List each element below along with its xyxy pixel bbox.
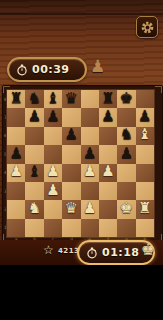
piece-black-b: ♝: [46, 91, 59, 106]
square-f6[interactable]: [99, 127, 117, 145]
piece-black-p: ♟: [120, 146, 133, 161]
piece-white-n: ♞: [28, 201, 41, 216]
square-f8[interactable]: ♜: [99, 90, 117, 108]
player-clock-time: 01:18: [102, 246, 140, 259]
piece-black-r: ♜: [101, 91, 114, 106]
piece-black-p: ♟: [138, 109, 151, 124]
square-b8[interactable]: ♞: [25, 90, 43, 108]
square-b3[interactable]: [25, 182, 43, 200]
square-h6[interactable]: ♝: [136, 127, 154, 145]
chess-board-frame: 87654321 ♜♞♝♛♜♚♟♟♟♟♟♞♝♟♟♟♟♝♟♟♟♟♞♛♟♚♜ abc…: [2, 85, 163, 242]
piece-white-p: ♟: [83, 164, 96, 179]
square-h4[interactable]: [136, 164, 154, 182]
square-d7[interactable]: [62, 108, 80, 126]
square-c8[interactable]: ♝: [44, 90, 62, 108]
piece-white-p: ♟: [83, 201, 96, 216]
piece-white-r: ♜: [138, 201, 151, 216]
square-c2[interactable]: [44, 200, 62, 218]
chess-board[interactable]: ♜♞♝♛♜♚♟♟♟♟♟♞♝♟♟♟♟♝♟♟♟♟♞♛♟♚♜: [7, 90, 154, 237]
square-h2[interactable]: ♜: [136, 200, 154, 218]
square-g5[interactable]: ♟: [117, 145, 135, 163]
square-a4[interactable]: ♟: [7, 164, 25, 182]
square-f1[interactable]: [99, 219, 117, 237]
piece-white-p: ♟: [101, 164, 114, 179]
square-a7[interactable]: [7, 108, 25, 126]
opponent-timer: 00:39: [7, 57, 87, 82]
square-c6[interactable]: [44, 127, 62, 145]
square-g6[interactable]: ♞: [117, 127, 135, 145]
piece-black-p: ♟: [9, 146, 22, 161]
square-b2[interactable]: ♞: [25, 200, 43, 218]
piece-black-n: ♞: [120, 127, 133, 142]
square-b6[interactable]: [25, 127, 43, 145]
square-h3[interactable]: [136, 182, 154, 200]
piece-black-p: ♟: [65, 127, 78, 142]
piece-black-p: ♟: [28, 109, 41, 124]
piece-white-p: ♟: [9, 164, 22, 179]
piece-black-r: ♜: [9, 91, 22, 106]
star-icon[interactable]: ☆: [43, 243, 54, 257]
stopwatch-icon: [86, 247, 98, 259]
square-c7[interactable]: ♟: [44, 108, 62, 126]
square-h1[interactable]: [136, 219, 154, 237]
opponent-clock-time: 00:39: [32, 63, 70, 76]
square-g8[interactable]: ♚: [117, 90, 135, 108]
square-e4[interactable]: ♟: [81, 164, 99, 182]
piece-black-k: ♚: [120, 91, 133, 106]
piece-black-p: ♟: [101, 109, 114, 124]
square-g4[interactable]: [117, 164, 135, 182]
chess-game-screen: 00:39 ♟ 87654321 ♜♞♝♛♜♚♟♟♟♟♟♞♝♟♟♟♟♝♟♟♟♟♞…: [0, 0, 163, 320]
square-c3[interactable]: ♟: [44, 182, 62, 200]
square-f7[interactable]: ♟: [99, 108, 117, 126]
square-e6[interactable]: [81, 127, 99, 145]
player-side-king-icon: ♚: [141, 240, 155, 259]
piece-white-k: ♚: [120, 201, 133, 216]
square-g7[interactable]: [117, 108, 135, 126]
square-e8[interactable]: [81, 90, 99, 108]
square-d6[interactable]: ♟: [62, 127, 80, 145]
square-b4[interactable]: ♝: [25, 164, 43, 182]
square-d5[interactable]: [62, 145, 80, 163]
square-g1[interactable]: [117, 219, 135, 237]
piece-black-n: ♞: [28, 91, 41, 106]
square-b5[interactable]: [25, 145, 43, 163]
square-a6[interactable]: [7, 127, 25, 145]
piece-white-p: ♟: [46, 164, 59, 179]
square-f3[interactable]: [99, 182, 117, 200]
square-f4[interactable]: ♟: [99, 164, 117, 182]
frame-corner-bracket: [155, 86, 162, 93]
square-c1[interactable]: [44, 219, 62, 237]
square-g2[interactable]: ♚: [117, 200, 135, 218]
piece-black-b: ♝: [28, 164, 41, 179]
piece-white-p: ♟: [46, 183, 59, 198]
square-c5[interactable]: [44, 145, 62, 163]
square-a3[interactable]: [7, 182, 25, 200]
square-d3[interactable]: [62, 182, 80, 200]
square-d1[interactable]: [62, 219, 80, 237]
square-a5[interactable]: ♟: [7, 145, 25, 163]
square-h7[interactable]: ♟: [136, 108, 154, 126]
square-e2[interactable]: ♟: [81, 200, 99, 218]
square-e7[interactable]: [81, 108, 99, 126]
square-a8[interactable]: ♜: [7, 90, 25, 108]
piece-white-q: ♛: [65, 201, 78, 216]
square-d2[interactable]: ♛: [62, 200, 80, 218]
opponent-captured-piece-icon: ♟: [90, 56, 105, 76]
square-h5[interactable]: [136, 145, 154, 163]
square-d4[interactable]: [62, 164, 80, 182]
square-g3[interactable]: [117, 182, 135, 200]
square-e5[interactable]: ♟: [81, 145, 99, 163]
square-e1[interactable]: [81, 219, 99, 237]
piece-black-p: ♟: [83, 146, 96, 161]
piece-black-p: ♟: [46, 109, 59, 124]
square-d8[interactable]: ♛: [62, 90, 80, 108]
letterbox-bottom: [0, 265, 163, 320]
square-f5[interactable]: [99, 145, 117, 163]
square-b7[interactable]: ♟: [25, 108, 43, 126]
square-f2[interactable]: [99, 200, 117, 218]
settings-button[interactable]: [136, 16, 158, 38]
square-b1[interactable]: [25, 219, 43, 237]
stopwatch-icon: [16, 64, 28, 76]
gear-icon: [140, 20, 155, 35]
square-a2[interactable]: [7, 200, 25, 218]
piece-black-q: ♛: [65, 91, 78, 106]
piece-white-b: ♝: [138, 127, 151, 142]
square-h8[interactable]: [136, 90, 154, 108]
square-e3[interactable]: [81, 182, 99, 200]
square-c4[interactable]: ♟: [44, 164, 62, 182]
square-a1[interactable]: [7, 219, 25, 237]
